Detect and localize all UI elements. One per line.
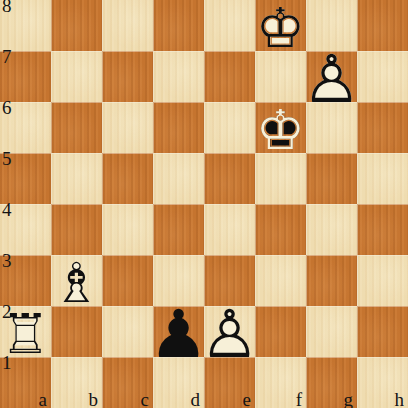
square-d5[interactable] <box>153 153 204 204</box>
white-king-outline-icon: ♔ <box>255 3 306 54</box>
square-h7[interactable] <box>357 51 408 102</box>
piece-white-bishop[interactable]: ♝♗ <box>51 255 102 306</box>
square-e5[interactable] <box>204 153 255 204</box>
square-b1[interactable] <box>51 357 102 408</box>
piece-white-rook[interactable]: ♜♖ <box>0 306 51 357</box>
square-b8[interactable] <box>51 0 102 51</box>
square-a4[interactable] <box>0 204 51 255</box>
square-e7[interactable] <box>204 51 255 102</box>
square-a5[interactable] <box>0 153 51 204</box>
square-e4[interactable] <box>204 204 255 255</box>
square-c5[interactable] <box>102 153 153 204</box>
square-c8[interactable] <box>102 0 153 51</box>
square-h1[interactable] <box>357 357 408 408</box>
white-rook-outline-icon: ♖ <box>0 309 51 360</box>
square-h8[interactable] <box>357 0 408 51</box>
square-d7[interactable] <box>153 51 204 102</box>
square-g2[interactable] <box>306 306 357 357</box>
square-h6[interactable] <box>357 102 408 153</box>
square-f4[interactable] <box>255 204 306 255</box>
square-f2[interactable] <box>255 306 306 357</box>
piece-white-pawn[interactable]: ♟♙ <box>306 51 357 102</box>
square-g4[interactable] <box>306 204 357 255</box>
square-c6[interactable] <box>102 102 153 153</box>
square-h3[interactable] <box>357 255 408 306</box>
square-d4[interactable] <box>153 204 204 255</box>
square-e6[interactable] <box>204 102 255 153</box>
piece-white-pawn[interactable]: ♟♙ <box>204 306 255 357</box>
square-a6[interactable] <box>0 102 51 153</box>
white-pawn-outline-icon: ♙ <box>306 54 357 105</box>
black-king-outline-icon: ♔ <box>255 105 306 156</box>
square-a3[interactable] <box>0 255 51 306</box>
square-d6[interactable] <box>153 102 204 153</box>
square-b7[interactable] <box>51 51 102 102</box>
square-a7[interactable] <box>0 51 51 102</box>
square-f1[interactable] <box>255 357 306 408</box>
square-c3[interactable] <box>102 255 153 306</box>
square-e8[interactable] <box>204 0 255 51</box>
square-d8[interactable] <box>153 0 204 51</box>
black-pawn-icon: ♟ <box>153 309 204 360</box>
square-g5[interactable] <box>306 153 357 204</box>
piece-black-king[interactable]: ♚♔ <box>255 102 306 153</box>
square-h2[interactable] <box>357 306 408 357</box>
piece-white-king[interactable]: ♚♔ <box>255 0 306 51</box>
square-a8[interactable] <box>0 0 51 51</box>
square-g3[interactable] <box>306 255 357 306</box>
square-h4[interactable] <box>357 204 408 255</box>
piece-black-pawn[interactable]: ♟ <box>153 306 204 357</box>
square-b6[interactable] <box>51 102 102 153</box>
square-b4[interactable] <box>51 204 102 255</box>
square-c4[interactable] <box>102 204 153 255</box>
square-c1[interactable] <box>102 357 153 408</box>
white-bishop-outline-icon: ♗ <box>51 258 102 309</box>
square-c7[interactable] <box>102 51 153 102</box>
square-f3[interactable] <box>255 255 306 306</box>
white-pawn-outline-icon: ♙ <box>204 309 255 360</box>
square-h5[interactable] <box>357 153 408 204</box>
square-b5[interactable] <box>51 153 102 204</box>
square-g1[interactable] <box>306 357 357 408</box>
square-c2[interactable] <box>102 306 153 357</box>
chess-board: 87654321abcdefgh♚♔♟♙♚♔♝♗♜♖♟♟♙ <box>0 0 408 408</box>
